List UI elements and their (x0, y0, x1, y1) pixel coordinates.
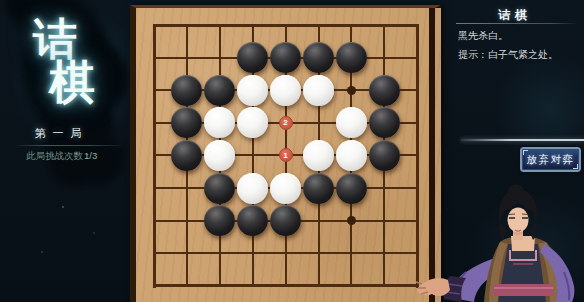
move-marker: 1 (279, 148, 293, 162)
black-stone: ● (171, 75, 202, 106)
black-stone: ● (369, 75, 400, 106)
black-stone: ● (237, 42, 268, 73)
black-stone: ● (204, 75, 235, 106)
board-grid[interactable]: ●●●●●●○○○●●○○○●●○○○●●○○●●●●●21 (154, 25, 418, 286)
objective-text: 黑先杀白。 (458, 29, 508, 43)
forfeit-button[interactable]: 放弃对弈 (520, 147, 581, 172)
black-stone: ● (369, 107, 400, 138)
white-stone: ○ (336, 140, 367, 171)
white-stone: ○ (204, 140, 235, 171)
white-stone: ○ (303, 75, 334, 106)
divider (16, 145, 122, 146)
white-stone: ○ (237, 107, 268, 138)
npc-hand (416, 278, 450, 296)
black-stone: ● (303, 42, 334, 73)
white-stone: ○ (336, 107, 367, 138)
star-point (347, 216, 356, 225)
black-stone: ● (171, 140, 202, 171)
black-stone: ● (336, 173, 367, 204)
black-stone: ● (171, 107, 202, 138)
black-stone: ● (204, 205, 235, 236)
white-stone: ○ (270, 173, 301, 204)
white-stone: ○ (204, 107, 235, 138)
star-point (347, 86, 356, 95)
game-screen: 诘 棋 第一局 此局挑战次数： 1/3 ●●●●●●○○○●●○○○●●○○○●… (0, 0, 584, 302)
black-stone: ● (270, 42, 301, 73)
go-board[interactable]: ●●●●●●○○○●●○○○●●○○○●●○○●●●●●21 (130, 5, 441, 302)
move-marker: 2 (279, 116, 293, 130)
hint-text: 提示：白子气紧之处。 (458, 48, 578, 61)
black-stone: ● (303, 173, 334, 204)
black-stone: ● (204, 173, 235, 204)
calligraphy-char-bottom: 棋 (49, 52, 95, 114)
attempts-value: 1/3 (84, 150, 97, 161)
title-underline (456, 23, 578, 24)
black-stone: ● (336, 42, 367, 73)
white-stone: ○ (237, 173, 268, 204)
npc-portrait (414, 172, 584, 302)
black-stone: ● (270, 205, 301, 236)
panel-title: 诘棋 (441, 7, 584, 24)
left-panel: 诘 棋 第一局 此局挑战次数： 1/3 (0, 0, 130, 302)
attempts-label: 此局挑战次数： (26, 150, 93, 161)
round-label: 第一局 (0, 126, 116, 141)
black-stone: ● (237, 205, 268, 236)
divider (461, 139, 584, 141)
white-stone: ○ (303, 140, 334, 171)
attempts-counter: 此局挑战次数： 1/3 (26, 150, 126, 163)
white-stone: ○ (270, 75, 301, 106)
grid-line-horizontal (153, 284, 419, 287)
grid-line-horizontal (153, 252, 418, 254)
white-stone: ○ (237, 75, 268, 106)
black-stone: ● (369, 140, 400, 171)
